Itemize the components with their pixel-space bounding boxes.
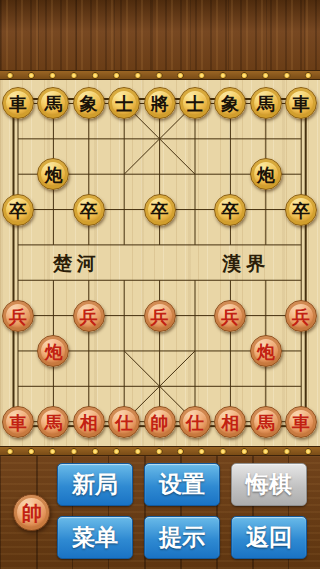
piece-glyph: 馬	[257, 413, 275, 431]
piece-red-elephant[interactable]: 相	[214, 406, 246, 438]
piece-glyph: 帥	[151, 413, 169, 431]
piece-glyph: 炮	[257, 342, 275, 360]
piece-red-soldier[interactable]: 兵	[214, 300, 246, 332]
piece-black-advisor[interactable]: 士	[179, 87, 211, 119]
back-button[interactable]: 返回	[231, 516, 307, 559]
piece-black-cannon[interactable]: 炮	[250, 158, 282, 190]
piece-red-elephant[interactable]: 相	[73, 406, 105, 438]
piece-red-general[interactable]: 帥	[144, 406, 176, 438]
piece-glyph: 象	[221, 95, 239, 113]
piece-glyph: 兵	[9, 307, 27, 325]
piece-black-soldier[interactable]: 卒	[144, 194, 176, 226]
top-wood-panel	[0, 0, 320, 70]
piece-glyph: 卒	[292, 201, 310, 219]
piece-glyph: 相	[221, 413, 239, 431]
piece-glyph: 車	[9, 413, 27, 431]
piece-glyph: 卒	[80, 201, 98, 219]
piece-black-rook[interactable]: 車	[285, 87, 317, 119]
piece-black-elephant[interactable]: 象	[214, 87, 246, 119]
xiangqi-board[interactable]: 楚河 漢界 車馬象士將士象馬車炮炮卒卒卒卒卒兵兵兵兵兵炮炮車馬相仕帥仕相馬車	[0, 80, 320, 446]
piece-red-cannon[interactable]: 炮	[37, 335, 69, 367]
piece-glyph: 炮	[44, 342, 62, 360]
piece-red-soldier[interactable]: 兵	[2, 300, 34, 332]
piece-glyph: 兵	[221, 307, 239, 325]
menu-button[interactable]: 菜单	[57, 516, 133, 559]
control-panel: 帥 新局 设置 悔棋 菜单 提示 返回	[0, 456, 320, 569]
piece-glyph: 兵	[151, 307, 169, 325]
undo-button[interactable]: 悔棋	[231, 463, 307, 506]
piece-glyph: 兵	[292, 307, 310, 325]
piece-glyph: 將	[151, 95, 169, 113]
piece-red-soldier[interactable]: 兵	[285, 300, 317, 332]
piece-black-elephant[interactable]: 象	[73, 87, 105, 119]
piece-glyph: 車	[9, 95, 27, 113]
hint-button[interactable]: 提示	[144, 516, 220, 559]
new-game-button[interactable]: 新局	[57, 463, 133, 506]
piece-red-advisor[interactable]: 仕	[108, 406, 140, 438]
piece-glyph: 卒	[221, 201, 239, 219]
piece-black-soldier[interactable]: 卒	[285, 194, 317, 226]
piece-glyph: 士	[115, 95, 133, 113]
piece-red-horse[interactable]: 馬	[37, 406, 69, 438]
piece-black-soldier[interactable]: 卒	[214, 194, 246, 226]
piece-red-advisor[interactable]: 仕	[179, 406, 211, 438]
piece-glyph: 相	[80, 413, 98, 431]
top-rivet-strip	[0, 70, 320, 80]
piece-red-horse[interactable]: 馬	[250, 406, 282, 438]
piece-glyph: 卒	[9, 201, 27, 219]
piece-black-general[interactable]: 將	[144, 87, 176, 119]
piece-red-soldier[interactable]: 兵	[73, 300, 105, 332]
piece-red-rook[interactable]: 車	[2, 406, 34, 438]
piece-glyph: 炮	[44, 166, 62, 184]
piece-black-horse[interactable]: 馬	[250, 87, 282, 119]
piece-glyph: 馬	[44, 413, 62, 431]
xiangqi-app: 楚河 漢界 車馬象士將士象馬車炮炮卒卒卒卒卒兵兵兵兵兵炮炮車馬相仕帥仕相馬車 帥…	[0, 0, 320, 569]
pieces-layer: 車馬象士將士象馬車炮炮卒卒卒卒卒兵兵兵兵兵炮炮車馬相仕帥仕相馬車	[0, 86, 319, 439]
settings-button[interactable]: 设置	[144, 463, 220, 506]
piece-glyph: 卒	[151, 201, 169, 219]
piece-black-cannon[interactable]: 炮	[37, 158, 69, 190]
piece-black-rook[interactable]: 車	[2, 87, 34, 119]
piece-red-soldier[interactable]: 兵	[144, 300, 176, 332]
piece-glyph: 象	[80, 95, 98, 113]
piece-black-soldier[interactable]: 卒	[2, 194, 34, 226]
piece-glyph: 仕	[186, 413, 204, 431]
piece-glyph: 馬	[44, 95, 62, 113]
piece-glyph: 士	[186, 95, 204, 113]
piece-black-soldier[interactable]: 卒	[73, 194, 105, 226]
piece-glyph: 馬	[257, 95, 275, 113]
piece-black-horse[interactable]: 馬	[37, 87, 69, 119]
piece-glyph: 兵	[80, 307, 98, 325]
piece-red-cannon[interactable]: 炮	[250, 335, 282, 367]
piece-glyph: 炮	[257, 166, 275, 184]
bottom-rivet-strip	[0, 446, 320, 456]
piece-glyph: 車	[292, 413, 310, 431]
piece-glyph: 仕	[115, 413, 133, 431]
piece-glyph: 車	[292, 95, 310, 113]
piece-black-advisor[interactable]: 士	[108, 87, 140, 119]
turn-indicator-glyph: 帥	[22, 503, 42, 523]
turn-indicator: 帥	[13, 494, 50, 531]
piece-red-rook[interactable]: 車	[285, 406, 317, 438]
